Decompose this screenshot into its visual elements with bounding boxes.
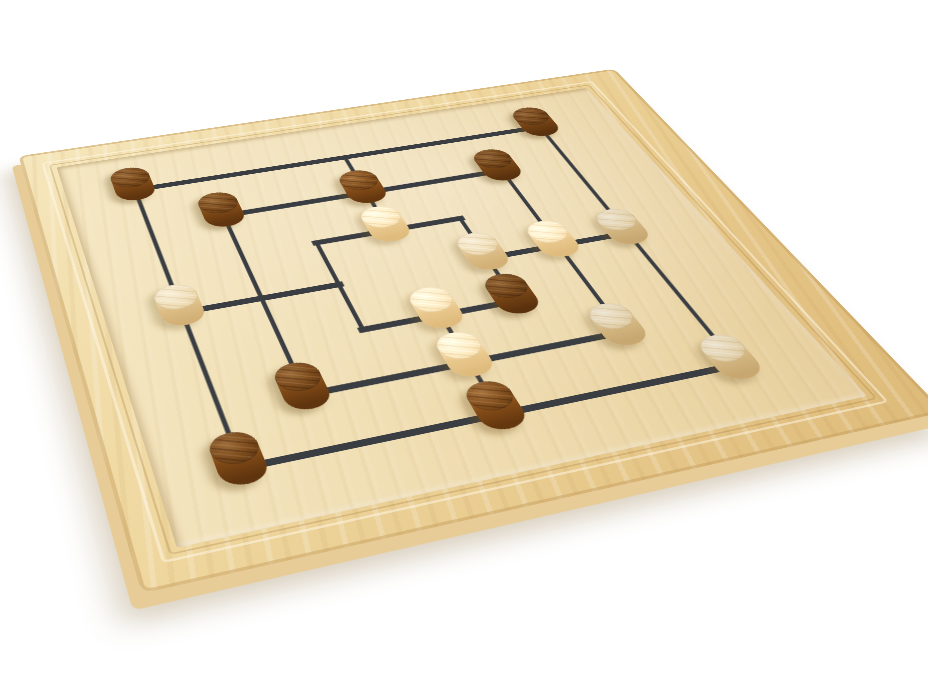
piece-dark-b2[interactable] xyxy=(270,359,335,413)
piece-dark-d6[interactable] xyxy=(335,168,391,206)
piece-dark-a7[interactable] xyxy=(108,165,159,203)
piece-dark-a1[interactable] xyxy=(205,428,272,489)
piece-light-f2[interactable] xyxy=(583,300,653,348)
piece-dark-e3[interactable] xyxy=(479,271,545,317)
piece-dark-d1[interactable] xyxy=(460,378,532,433)
piece-light-d3[interactable] xyxy=(404,284,468,331)
piece-light-d5[interactable] xyxy=(356,204,415,244)
point-b2[interactable] xyxy=(252,361,360,430)
piece-light-e4[interactable] xyxy=(452,230,514,272)
scene xyxy=(0,0,928,686)
point-f2[interactable] xyxy=(569,302,679,364)
piece-light-g4[interactable] xyxy=(590,206,654,246)
piece-dark-f6[interactable] xyxy=(469,147,527,183)
piece-dark-b6[interactable] xyxy=(194,190,248,229)
piece-dark-g7[interactable] xyxy=(508,105,564,138)
piece-light-a4[interactable] xyxy=(151,282,209,329)
point-b6[interactable] xyxy=(179,191,270,241)
piece-light-g1[interactable] xyxy=(693,332,768,383)
point-f6[interactable] xyxy=(456,148,548,194)
morris-board xyxy=(19,69,928,594)
piece-light-d2[interactable] xyxy=(431,329,499,380)
piece-light-f4[interactable] xyxy=(522,218,585,259)
